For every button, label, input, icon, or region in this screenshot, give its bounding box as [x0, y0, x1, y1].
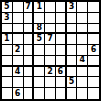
cell-r5c6[interactable] — [56, 45, 67, 56]
sudoku-board: 57133815726442656 — [0, 0, 101, 101]
cell-r7c7[interactable] — [67, 67, 78, 78]
cell-r1c4: 1 — [34, 2, 45, 13]
cell-r2c9[interactable] — [88, 13, 99, 24]
cell-r7c9[interactable] — [88, 67, 99, 78]
cell-r5c2: 2 — [13, 45, 24, 56]
cell-r4c1: 1 — [2, 34, 13, 45]
cell-r2c2[interactable] — [13, 13, 24, 24]
cell-r9c3[interactable] — [24, 88, 35, 99]
cell-r7c8[interactable] — [77, 67, 88, 78]
cell-r9c1[interactable] — [2, 88, 13, 99]
cell-r1c8[interactable] — [77, 2, 88, 13]
cell-r5c4[interactable] — [34, 45, 45, 56]
cell-r3c3[interactable] — [24, 24, 35, 35]
cell-r9c5[interactable] — [45, 88, 56, 99]
cell-r6c4[interactable] — [34, 56, 45, 67]
cell-r6c2[interactable] — [13, 56, 24, 67]
cell-r4c8[interactable] — [77, 34, 88, 45]
cell-r5c9: 6 — [88, 45, 99, 56]
cell-r2c6[interactable] — [56, 13, 67, 24]
cell-r4c2[interactable] — [13, 34, 24, 45]
cell-r8c2[interactable] — [13, 77, 24, 88]
cell-r7c6: 6 — [56, 67, 67, 78]
cell-r3c1[interactable] — [2, 24, 13, 35]
cell-r2c4[interactable] — [34, 13, 45, 24]
cell-r2c3[interactable] — [24, 13, 35, 24]
cell-r6c3[interactable] — [24, 56, 35, 67]
cell-r8c6[interactable] — [56, 77, 67, 88]
cell-r3c6[interactable] — [56, 24, 67, 35]
cell-r7c3[interactable] — [24, 67, 35, 78]
cell-r3c8[interactable] — [77, 24, 88, 35]
cell-r4c7[interactable] — [67, 34, 78, 45]
cell-r1c1: 5 — [2, 2, 13, 13]
cell-r1c7: 3 — [67, 2, 78, 13]
cell-r8c9[interactable] — [88, 77, 99, 88]
cell-r4c3[interactable] — [24, 34, 35, 45]
cell-r8c7: 5 — [67, 77, 78, 88]
cell-r8c4[interactable] — [34, 77, 45, 88]
cell-r1c9[interactable] — [88, 2, 99, 13]
cell-r6c8: 4 — [77, 56, 88, 67]
cell-r3c7[interactable] — [67, 24, 78, 35]
cell-r3c2[interactable] — [13, 24, 24, 35]
cell-r6c9[interactable] — [88, 56, 99, 67]
cell-r1c5[interactable] — [45, 2, 56, 13]
cell-r4c4: 5 — [34, 34, 45, 45]
cell-r9c2: 6 — [13, 88, 24, 99]
cell-r3c9[interactable] — [88, 24, 99, 35]
cell-r3c5[interactable] — [45, 24, 56, 35]
cell-r4c9[interactable] — [88, 34, 99, 45]
cell-r8c5[interactable] — [45, 77, 56, 88]
cell-r1c2[interactable] — [13, 2, 24, 13]
cell-r2c7[interactable] — [67, 13, 78, 24]
cell-r6c7[interactable] — [67, 56, 78, 67]
cell-r6c5[interactable] — [45, 56, 56, 67]
cell-r6c6[interactable] — [56, 56, 67, 67]
cell-r8c3[interactable] — [24, 77, 35, 88]
cell-r9c9[interactable] — [88, 88, 99, 99]
cell-r8c1[interactable] — [2, 77, 13, 88]
cell-r3c4: 8 — [34, 24, 45, 35]
cell-r5c5[interactable] — [45, 45, 56, 56]
cell-r9c8[interactable] — [77, 88, 88, 99]
cell-r8c8[interactable] — [77, 77, 88, 88]
cell-r2c8[interactable] — [77, 13, 88, 24]
cell-r1c6[interactable] — [56, 2, 67, 13]
cell-r7c5: 2 — [45, 67, 56, 78]
cell-r1c3: 7 — [24, 2, 35, 13]
cell-r9c6[interactable] — [56, 88, 67, 99]
cell-r9c4[interactable] — [34, 88, 45, 99]
cell-r5c8[interactable] — [77, 45, 88, 56]
cell-r5c1[interactable] — [2, 45, 13, 56]
cell-r5c3[interactable] — [24, 45, 35, 56]
cell-r2c1: 3 — [2, 13, 13, 24]
cell-r7c1[interactable] — [2, 67, 13, 78]
cell-r2c5[interactable] — [45, 13, 56, 24]
cell-r5c7[interactable] — [67, 45, 78, 56]
cell-r7c4[interactable] — [34, 67, 45, 78]
cell-r7c2: 4 — [13, 67, 24, 78]
cell-r6c1[interactable] — [2, 56, 13, 67]
cell-r9c7[interactable] — [67, 88, 78, 99]
cell-r4c6[interactable] — [56, 34, 67, 45]
cell-r4c5: 7 — [45, 34, 56, 45]
